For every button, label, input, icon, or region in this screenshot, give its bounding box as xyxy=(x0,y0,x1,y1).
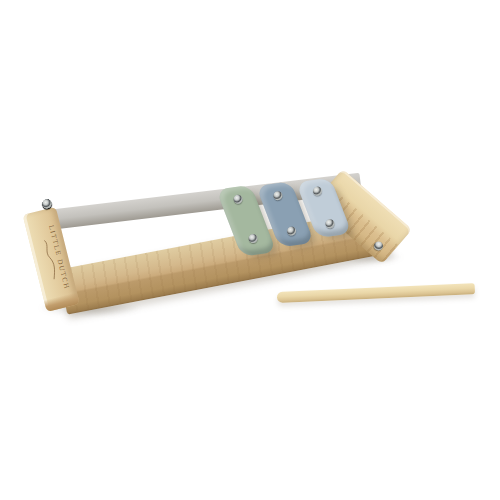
bar-screw-bottom xyxy=(325,218,335,228)
brand-stamp: LITTLE DUTCH xyxy=(37,220,72,298)
bar-screw-top xyxy=(312,186,322,196)
bar-screw-top xyxy=(233,195,243,205)
frame-screw xyxy=(372,240,385,253)
bar-screw-bottom xyxy=(286,226,296,236)
bar-screw-bottom xyxy=(248,233,258,243)
product-photo: LITTLE DUTCH xyxy=(0,0,500,500)
bar-screw-top xyxy=(273,190,283,200)
xylophone: LITTLE DUTCH xyxy=(28,152,404,341)
xylophone-bar-7 xyxy=(28,197,63,202)
